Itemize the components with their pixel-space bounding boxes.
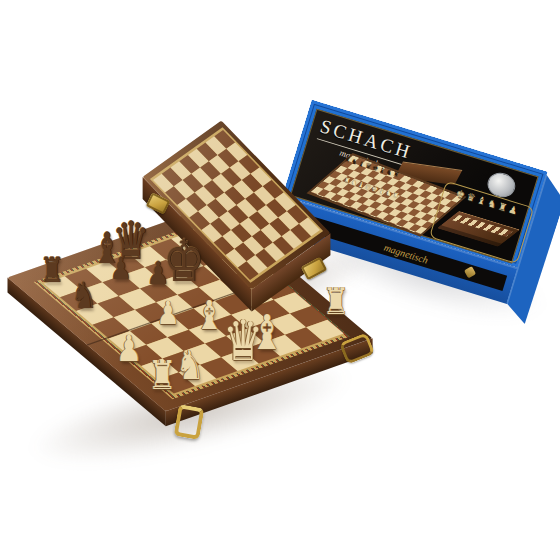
brass-latch-loop-icon bbox=[173, 404, 204, 440]
box-front-text: magnetisch bbox=[383, 241, 430, 265]
philos-crest-icon bbox=[464, 266, 476, 278]
box-art-case-photo bbox=[437, 211, 520, 247]
product-photo-scene: SCHACH magnetisch ♜♞♝♛♚♝♞♜ ♜♞♝♛♚♝♞♜ ♚♛♝♞… bbox=[0, 0, 560, 560]
